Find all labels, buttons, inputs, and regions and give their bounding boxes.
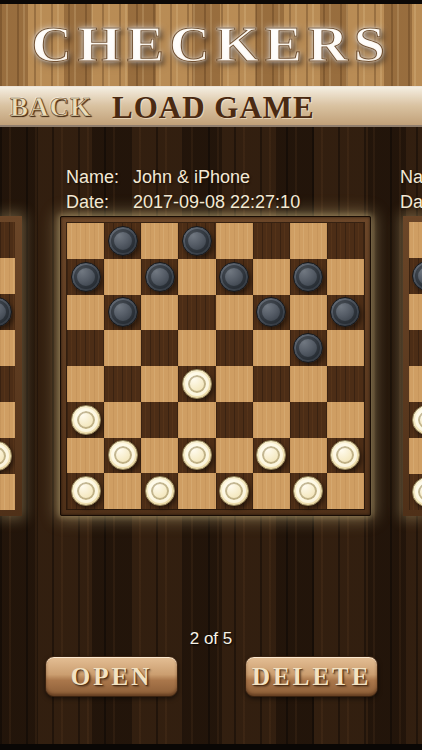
name-label: Name: [66,165,133,190]
square-r1c6 [253,223,290,259]
square-r7c5 [216,438,253,474]
square-r5c1 [67,366,104,402]
white-checker [71,476,101,506]
square-r6c2 [104,402,141,438]
square-r7c4 [178,438,215,474]
app-title: CHECKERS [0,4,422,84]
next-board-column [409,222,422,510]
black-checker [108,226,138,256]
square-r5c8 [327,366,364,402]
square-r8c2 [104,473,141,509]
board-grid [67,223,364,509]
edge-square-r6 [0,402,15,438]
white-checker [412,477,422,507]
square-r1c7 [290,223,327,259]
square-r8c8 [327,473,364,509]
square-r8c1 [67,473,104,509]
square-r5c7 [290,366,327,402]
white-checker [0,441,12,471]
white-checker [71,405,101,435]
square-r3c1 [67,295,104,331]
white-checker [330,440,360,470]
square-r4c6 [253,330,290,366]
square-r7c1 [67,438,104,474]
white-checker [256,440,286,470]
square-r4c4 [178,330,215,366]
square-r1c8 [327,223,364,259]
edge-square-r4 [0,330,15,366]
white-checker [293,476,323,506]
white-checker [182,440,212,470]
previous-board-column [0,222,15,510]
square-r8c3 [141,473,178,509]
square-r2c6 [253,259,290,295]
square-r6c7 [290,402,327,438]
black-checker [330,297,360,327]
white-checker [412,405,422,435]
edge-square-r6 [409,402,422,438]
square-r4c5 [216,330,253,366]
white-checker [108,440,138,470]
square-r3c8 [327,295,364,331]
bottom-edge-strip [0,744,422,750]
next-date-label-partial: Da [400,190,422,215]
square-r6c6 [253,402,290,438]
square-r8c7 [290,473,327,509]
black-checker [0,297,12,327]
saved-game-name: John & iPhone [133,165,250,190]
edge-square-r8 [0,474,15,510]
navbar: BACK LOAD GAME [0,86,422,127]
black-checker [71,262,101,292]
top-edge-strip [0,0,422,4]
square-r5c2 [104,366,141,402]
app-header: CHECKERS [0,4,422,86]
square-r3c7 [290,295,327,331]
edge-square-r3 [0,294,15,330]
edge-square-r8 [409,474,422,510]
app-screen: CHECKERS BACK LOAD GAME Name: John & iPh… [0,0,422,750]
edge-square-r2 [0,258,15,294]
square-r1c2 [104,223,141,259]
saved-game-date: 2017-09-08 22:27:10 [133,190,300,215]
square-r3c4 [178,295,215,331]
square-r3c3 [141,295,178,331]
square-r8c5 [216,473,253,509]
board-preview[interactable] [60,216,371,516]
black-checker [108,297,138,327]
square-r7c6 [253,438,290,474]
square-r3c6 [253,295,290,331]
white-checker [182,369,212,399]
page-title: LOAD GAME [112,90,315,126]
square-r8c6 [253,473,290,509]
square-r2c5 [216,259,253,295]
black-checker [256,297,286,327]
black-checker [145,262,175,292]
square-r6c5 [216,402,253,438]
square-r4c7 [290,330,327,366]
edge-square-r4 [409,330,422,366]
square-r5c4 [178,366,215,402]
open-button[interactable]: OPEN [45,656,178,697]
square-r7c7 [290,438,327,474]
edge-square-r7 [0,438,15,474]
load-game-content: Name: John & iPhone Date: 2017-09-08 22:… [0,127,422,744]
square-r1c4 [178,223,215,259]
saved-game-name-row: Name: John & iPhone [66,165,300,190]
square-r4c3 [141,330,178,366]
square-r7c8 [327,438,364,474]
edge-square-r3 [409,294,422,330]
edge-square-r5 [0,366,15,402]
square-r7c2 [104,438,141,474]
square-r6c1 [67,402,104,438]
square-r4c2 [104,330,141,366]
square-r2c3 [141,259,178,295]
square-r3c5 [216,295,253,331]
saved-game-meta: Name: John & iPhone Date: 2017-09-08 22:… [66,165,300,215]
square-r2c2 [104,259,141,295]
next-board-preview[interactable] [403,216,422,516]
black-checker [293,333,323,363]
square-r1c1 [67,223,104,259]
pagination-label: 2 of 5 [0,629,422,649]
square-r4c8 [327,330,364,366]
square-r6c4 [178,402,215,438]
square-r5c3 [141,366,178,402]
next-name-label-partial: Na [400,165,422,190]
white-checker [145,476,175,506]
square-r5c5 [216,366,253,402]
edge-square-r2 [409,258,422,294]
saved-game-date-row: Date: 2017-09-08 22:27:10 [66,190,300,215]
square-r2c1 [67,259,104,295]
delete-button[interactable]: DELETE [245,656,378,697]
black-checker [182,226,212,256]
edge-square-r5 [409,366,422,402]
square-r2c4 [178,259,215,295]
square-r3c2 [104,295,141,331]
edge-square-r7 [409,438,422,474]
square-r7c3 [141,438,178,474]
square-r2c7 [290,259,327,295]
square-r6c3 [141,402,178,438]
square-r4c1 [67,330,104,366]
back-button[interactable]: BACK [10,91,92,123]
edge-square-r1 [0,222,15,258]
black-checker [293,262,323,292]
square-r5c6 [253,366,290,402]
black-checker [219,262,249,292]
black-checker [412,261,422,291]
next-game-meta-partial: Na Da [400,165,422,215]
square-r8c4 [178,473,215,509]
square-r6c8 [327,402,364,438]
date-label: Date: [66,190,133,215]
white-checker [219,476,249,506]
edge-square-r1 [409,222,422,258]
square-r1c3 [141,223,178,259]
previous-board-preview[interactable] [0,216,22,516]
square-r1c5 [216,223,253,259]
square-r2c8 [327,259,364,295]
